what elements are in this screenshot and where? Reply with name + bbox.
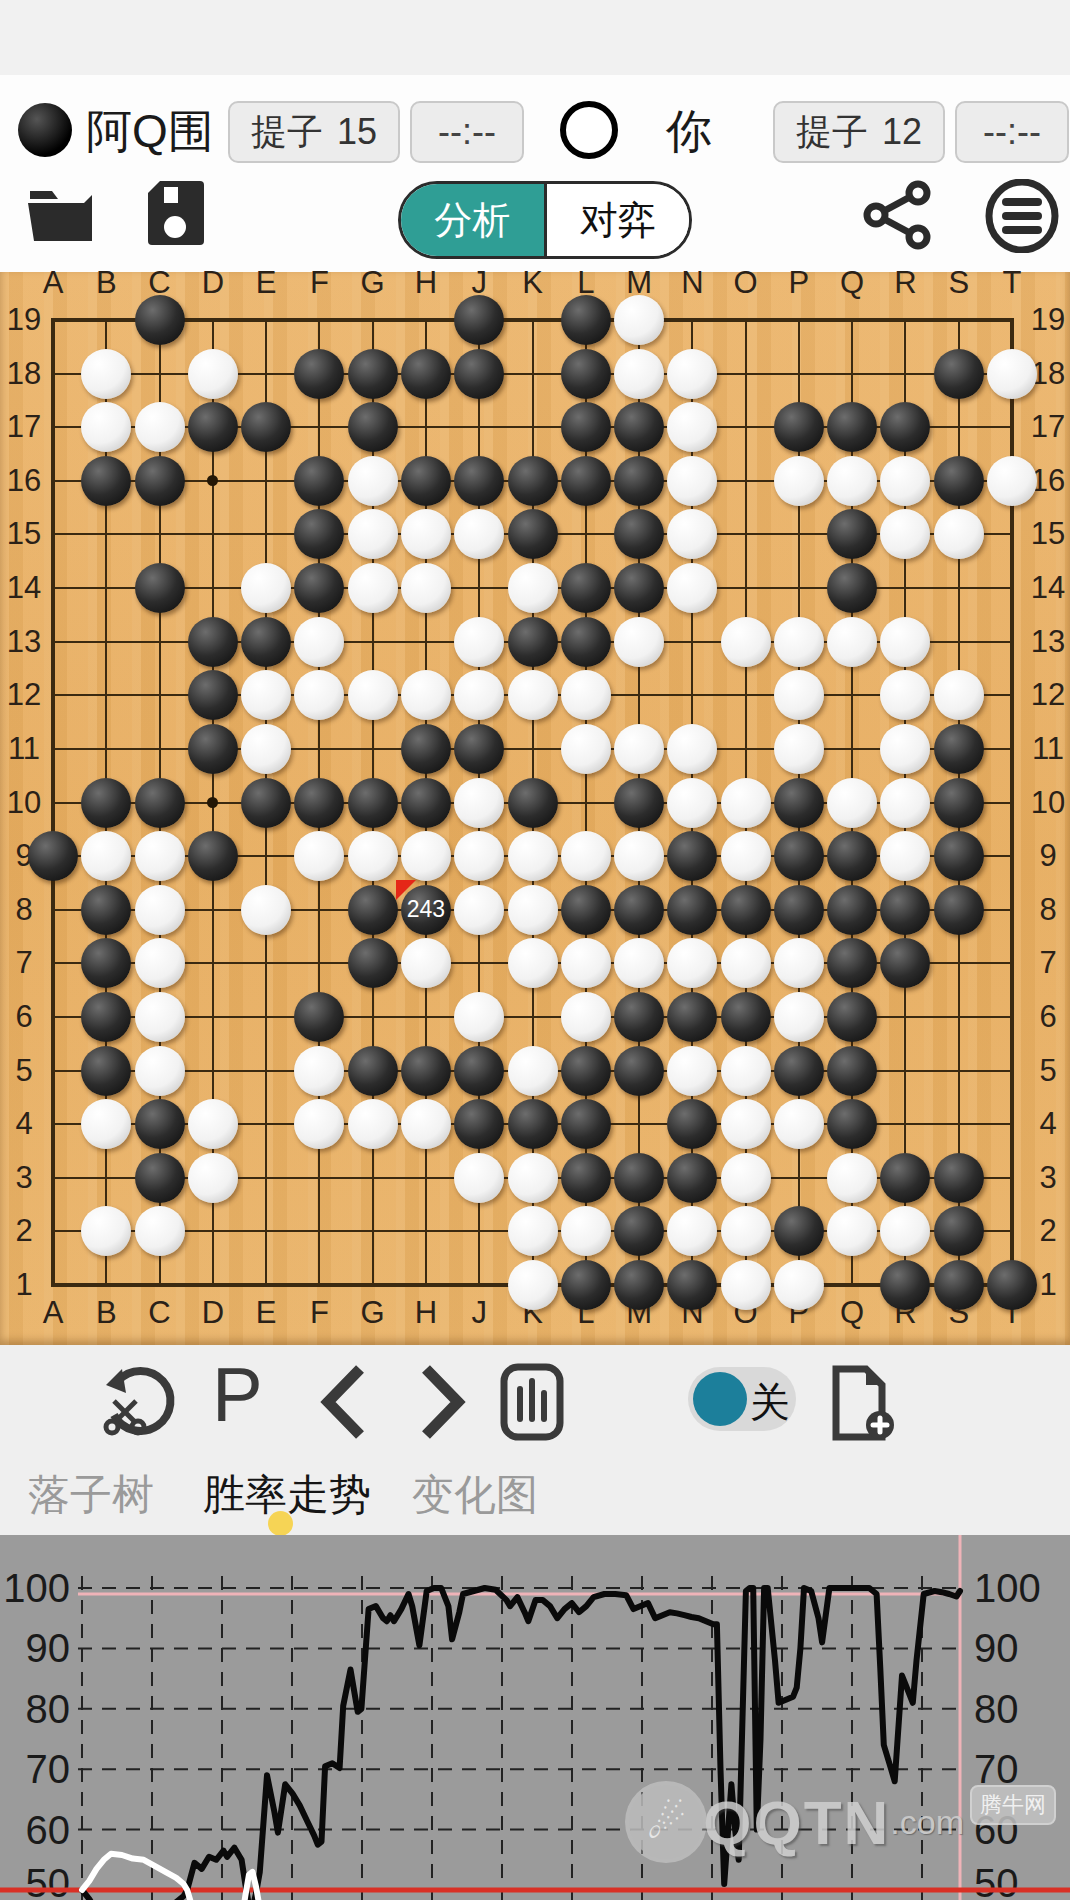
board-intersection-A9[interactable] — [28, 831, 78, 881]
board-intersection-E19[interactable] — [241, 295, 291, 345]
board-intersection-Q10[interactable] — [827, 778, 877, 828]
board-intersection-F13[interactable] — [294, 617, 344, 667]
board-intersection-D8[interactable] — [188, 885, 238, 935]
board-intersection-H13[interactable] — [401, 617, 451, 667]
board-intersection-E8[interactable] — [241, 885, 291, 935]
board-intersection-O3[interactable] — [721, 1153, 771, 1203]
board-intersection-H10[interactable] — [401, 778, 451, 828]
board-intersection-H19[interactable] — [401, 295, 451, 345]
board-intersection-D15[interactable] — [188, 509, 238, 559]
board-intersection-R9[interactable] — [880, 831, 930, 881]
tab-move-tree[interactable]: 落子树 — [28, 1467, 154, 1523]
board-intersection-E9[interactable] — [241, 831, 291, 881]
board-intersection-R6[interactable] — [880, 992, 930, 1042]
board-intersection-A13[interactable] — [28, 617, 78, 667]
board-intersection-N17[interactable] — [667, 402, 717, 452]
board-intersection-T9[interactable] — [987, 831, 1037, 881]
board-intersection-Q17[interactable] — [827, 402, 877, 452]
black-timer-button[interactable]: --:-- — [410, 101, 524, 163]
board-intersection-L12[interactable] — [561, 670, 611, 720]
chart-panel-icon[interactable] — [500, 1363, 564, 1441]
board-intersection-T4[interactable] — [987, 1099, 1037, 1149]
share-icon[interactable] — [862, 179, 936, 251]
board-intersection-K2[interactable] — [508, 1206, 558, 1256]
board-intersection-N12[interactable] — [667, 670, 717, 720]
board-intersection-B18[interactable] — [81, 349, 131, 399]
board-intersection-C5[interactable] — [135, 1046, 185, 1096]
board-intersection-R15[interactable] — [880, 509, 930, 559]
board-intersection-C14[interactable] — [135, 563, 185, 613]
board-intersection-F8[interactable] — [294, 885, 344, 935]
board-intersection-J7[interactable] — [454, 938, 504, 988]
board-intersection-M3[interactable] — [614, 1153, 664, 1203]
board-intersection-P10[interactable] — [774, 778, 824, 828]
board-intersection-P16[interactable] — [774, 456, 824, 506]
board-intersection-F16[interactable] — [294, 456, 344, 506]
board-intersection-K17[interactable] — [508, 402, 558, 452]
board-intersection-T12[interactable] — [987, 670, 1037, 720]
board-intersection-G8[interactable] — [348, 885, 398, 935]
board-intersection-A1[interactable] — [28, 1260, 78, 1310]
board-intersection-P6[interactable] — [774, 992, 824, 1042]
white-captures-button[interactable]: 提子 12 — [773, 101, 945, 163]
board-intersection-J17[interactable] — [454, 402, 504, 452]
board-intersection-C2[interactable] — [135, 1206, 185, 1256]
board-intersection-D10[interactable] — [188, 778, 238, 828]
board-intersection-D4[interactable] — [188, 1099, 238, 1149]
board-intersection-B16[interactable] — [81, 456, 131, 506]
board-intersection-T13[interactable] — [987, 617, 1037, 667]
board-intersection-P3[interactable] — [774, 1153, 824, 1203]
board-intersection-O2[interactable] — [721, 1206, 771, 1256]
board-intersection-B9[interactable] — [81, 831, 131, 881]
board-intersection-S3[interactable] — [934, 1153, 984, 1203]
undo-cut-icon[interactable] — [96, 1363, 180, 1441]
board-intersection-E7[interactable] — [241, 938, 291, 988]
board-intersection-T2[interactable] — [987, 1206, 1037, 1256]
board-intersection-C15[interactable] — [135, 509, 185, 559]
board-intersection-D16[interactable] — [188, 456, 238, 506]
board-intersection-D2[interactable] — [188, 1206, 238, 1256]
board-intersection-M2[interactable] — [614, 1206, 664, 1256]
board-intersection-H8[interactable]: 243 — [401, 885, 451, 935]
board-intersection-P13[interactable] — [774, 617, 824, 667]
board-intersection-M13[interactable] — [614, 617, 664, 667]
board-intersection-K10[interactable] — [508, 778, 558, 828]
board-intersection-L15[interactable] — [561, 509, 611, 559]
board-intersection-B11[interactable] — [81, 724, 131, 774]
board-intersection-Q6[interactable] — [827, 992, 877, 1042]
new-document-icon[interactable] — [828, 1363, 898, 1443]
board-intersection-H5[interactable] — [401, 1046, 451, 1096]
board-intersection-S13[interactable] — [934, 617, 984, 667]
board-intersection-J16[interactable] — [454, 456, 504, 506]
board-intersection-T5[interactable] — [987, 1046, 1037, 1096]
board-intersection-N8[interactable] — [667, 885, 717, 935]
board-intersection-D12[interactable] — [188, 670, 238, 720]
board-intersection-Q2[interactable] — [827, 1206, 877, 1256]
board-intersection-N7[interactable] — [667, 938, 717, 988]
board-intersection-N13[interactable] — [667, 617, 717, 667]
board-intersection-K15[interactable] — [508, 509, 558, 559]
board-intersection-Q1[interactable] — [827, 1260, 877, 1310]
board-intersection-R11[interactable] — [880, 724, 930, 774]
board-intersection-N1[interactable] — [667, 1260, 717, 1310]
board-intersection-Q19[interactable] — [827, 295, 877, 345]
board-intersection-K1[interactable] — [508, 1260, 558, 1310]
board-intersection-H11[interactable] — [401, 724, 451, 774]
board-intersection-R4[interactable] — [880, 1099, 930, 1149]
board-intersection-J1[interactable] — [454, 1260, 504, 1310]
board-intersection-T6[interactable] — [987, 992, 1037, 1042]
white-timer-button[interactable]: --:-- — [955, 101, 1069, 163]
board-intersection-O13[interactable] — [721, 617, 771, 667]
board-intersection-N15[interactable] — [667, 509, 717, 559]
board-intersection-A19[interactable] — [28, 295, 78, 345]
board-intersection-P7[interactable] — [774, 938, 824, 988]
board-intersection-K5[interactable] — [508, 1046, 558, 1096]
board-intersection-T16[interactable] — [987, 456, 1037, 506]
board-intersection-F18[interactable] — [294, 349, 344, 399]
board-intersection-B12[interactable] — [81, 670, 131, 720]
board-intersection-G5[interactable] — [348, 1046, 398, 1096]
board-intersection-G6[interactable] — [348, 992, 398, 1042]
board-intersection-C7[interactable] — [135, 938, 185, 988]
board-intersection-L18[interactable] — [561, 349, 611, 399]
board-intersection-G2[interactable] — [348, 1206, 398, 1256]
board-intersection-L1[interactable] — [561, 1260, 611, 1310]
board-intersection-B15[interactable] — [81, 509, 131, 559]
board-intersection-A4[interactable] — [28, 1099, 78, 1149]
board-intersection-M8[interactable] — [614, 885, 664, 935]
board-intersection-N4[interactable] — [667, 1099, 717, 1149]
board-intersection-C6[interactable] — [135, 992, 185, 1042]
board-intersection-L2[interactable] — [561, 1206, 611, 1256]
board-intersection-T10[interactable] — [987, 778, 1037, 828]
board-intersection-J4[interactable] — [454, 1099, 504, 1149]
board-intersection-N19[interactable] — [667, 295, 717, 345]
board-intersection-G16[interactable] — [348, 456, 398, 506]
board-intersection-B10[interactable] — [81, 778, 131, 828]
black-captures-button[interactable]: 提子 15 — [228, 101, 400, 163]
board-intersection-A14[interactable] — [28, 563, 78, 613]
board-intersection-N18[interactable] — [667, 349, 717, 399]
tab-variation[interactable]: 变化图 — [412, 1467, 538, 1523]
board-intersection-L14[interactable] — [561, 563, 611, 613]
board-intersection-O6[interactable] — [721, 992, 771, 1042]
board-intersection-K11[interactable] — [508, 724, 558, 774]
board-intersection-J3[interactable] — [454, 1153, 504, 1203]
board-intersection-M15[interactable] — [614, 509, 664, 559]
board-intersection-Q14[interactable] — [827, 563, 877, 613]
board-intersection-G9[interactable] — [348, 831, 398, 881]
board-intersection-S17[interactable] — [934, 402, 984, 452]
board-intersection-K12[interactable] — [508, 670, 558, 720]
board-intersection-M12[interactable] — [614, 670, 664, 720]
board-intersection-H3[interactable] — [401, 1153, 451, 1203]
board-intersection-E14[interactable] — [241, 563, 291, 613]
board-intersection-M7[interactable] — [614, 938, 664, 988]
board-intersection-D1[interactable] — [188, 1260, 238, 1310]
board-intersection-E1[interactable] — [241, 1260, 291, 1310]
board-intersection-O12[interactable] — [721, 670, 771, 720]
board-intersection-T8[interactable] — [987, 885, 1037, 935]
board-intersection-G13[interactable] — [348, 617, 398, 667]
board-intersection-K8[interactable] — [508, 885, 558, 935]
board-intersection-E16[interactable] — [241, 456, 291, 506]
board-intersection-F11[interactable] — [294, 724, 344, 774]
board-intersection-C17[interactable] — [135, 402, 185, 452]
board-intersection-O7[interactable] — [721, 938, 771, 988]
board-intersection-R8[interactable] — [880, 885, 930, 935]
board-intersection-L8[interactable] — [561, 885, 611, 935]
board-intersection-A10[interactable] — [28, 778, 78, 828]
board-intersection-G11[interactable] — [348, 724, 398, 774]
board-intersection-P5[interactable] — [774, 1046, 824, 1096]
board-intersection-G19[interactable] — [348, 295, 398, 345]
board-intersection-O16[interactable] — [721, 456, 771, 506]
board-intersection-O14[interactable] — [721, 563, 771, 613]
board-intersection-A6[interactable] — [28, 992, 78, 1042]
board-intersection-G17[interactable] — [348, 402, 398, 452]
board-intersection-B14[interactable] — [81, 563, 131, 613]
board-intersection-K16[interactable] — [508, 456, 558, 506]
board-intersection-S8[interactable] — [934, 885, 984, 935]
board-intersection-R16[interactable] — [880, 456, 930, 506]
board-intersection-B6[interactable] — [81, 992, 131, 1042]
board-intersection-A7[interactable] — [28, 938, 78, 988]
board-intersection-H2[interactable] — [401, 1206, 451, 1256]
board-intersection-D7[interactable] — [188, 938, 238, 988]
board-intersection-G4[interactable] — [348, 1099, 398, 1149]
board-intersection-E15[interactable] — [241, 509, 291, 559]
board-intersection-S12[interactable] — [934, 670, 984, 720]
board-intersection-F10[interactable] — [294, 778, 344, 828]
go-board[interactable]: AABBCCDDEEFFGGHHJJKKLLMMNNOOPPQQRRSSTT19… — [0, 272, 1070, 1345]
board-intersection-J9[interactable] — [454, 831, 504, 881]
board-intersection-N14[interactable] — [667, 563, 717, 613]
board-intersection-T1[interactable] — [987, 1260, 1037, 1310]
board-intersection-Q16[interactable] — [827, 456, 877, 506]
board-intersection-P8[interactable] — [774, 885, 824, 935]
board-intersection-B19[interactable] — [81, 295, 131, 345]
board-intersection-Q9[interactable] — [827, 831, 877, 881]
board-intersection-C10[interactable] — [135, 778, 185, 828]
board-intersection-M11[interactable] — [614, 724, 664, 774]
board-intersection-E10[interactable] — [241, 778, 291, 828]
board-intersection-M4[interactable] — [614, 1099, 664, 1149]
board-intersection-Q4[interactable] — [827, 1099, 877, 1149]
board-intersection-K18[interactable] — [508, 349, 558, 399]
board-intersection-S14[interactable] — [934, 563, 984, 613]
board-intersection-E12[interactable] — [241, 670, 291, 720]
board-intersection-N10[interactable] — [667, 778, 717, 828]
board-intersection-T14[interactable] — [987, 563, 1037, 613]
board-intersection-J5[interactable] — [454, 1046, 504, 1096]
board-intersection-O5[interactable] — [721, 1046, 771, 1096]
board-intersection-C18[interactable] — [135, 349, 185, 399]
board-intersection-R18[interactable] — [880, 349, 930, 399]
board-intersection-C12[interactable] — [135, 670, 185, 720]
board-intersection-M19[interactable] — [614, 295, 664, 345]
board-intersection-E5[interactable] — [241, 1046, 291, 1096]
board-intersection-D19[interactable] — [188, 295, 238, 345]
board-intersection-F7[interactable] — [294, 938, 344, 988]
board-intersection-G12[interactable] — [348, 670, 398, 720]
board-intersection-R10[interactable] — [880, 778, 930, 828]
board-intersection-K9[interactable] — [508, 831, 558, 881]
board-intersection-E3[interactable] — [241, 1153, 291, 1203]
board-intersection-D14[interactable] — [188, 563, 238, 613]
board-intersection-B17[interactable] — [81, 402, 131, 452]
board-intersection-E6[interactable] — [241, 992, 291, 1042]
board-intersection-G10[interactable] — [348, 778, 398, 828]
board-intersection-P17[interactable] — [774, 402, 824, 452]
board-intersection-C13[interactable] — [135, 617, 185, 667]
board-intersection-A3[interactable] — [28, 1153, 78, 1203]
board-intersection-G7[interactable] — [348, 938, 398, 988]
board-intersection-F15[interactable] — [294, 509, 344, 559]
board-intersection-N6[interactable] — [667, 992, 717, 1042]
ai-toggle[interactable]: 关 — [688, 1367, 796, 1431]
board-intersection-O17[interactable] — [721, 402, 771, 452]
board-intersection-A5[interactable] — [28, 1046, 78, 1096]
board-intersection-H16[interactable] — [401, 456, 451, 506]
board-intersection-A17[interactable] — [28, 402, 78, 452]
board-intersection-D3[interactable] — [188, 1153, 238, 1203]
board-intersection-S5[interactable] — [934, 1046, 984, 1096]
board-intersection-O19[interactable] — [721, 295, 771, 345]
board-intersection-B1[interactable] — [81, 1260, 131, 1310]
board-intersection-P15[interactable] — [774, 509, 824, 559]
board-intersection-M18[interactable] — [614, 349, 664, 399]
tab-analysis[interactable]: 分析 — [401, 184, 544, 256]
board-intersection-T15[interactable] — [987, 509, 1037, 559]
board-intersection-E18[interactable] — [241, 349, 291, 399]
board-intersection-J8[interactable] — [454, 885, 504, 935]
board-intersection-J11[interactable] — [454, 724, 504, 774]
board-intersection-M9[interactable] — [614, 831, 664, 881]
board-intersection-H1[interactable] — [401, 1260, 451, 1310]
board-intersection-S4[interactable] — [934, 1099, 984, 1149]
board-intersection-F19[interactable] — [294, 295, 344, 345]
board-intersection-E2[interactable] — [241, 1206, 291, 1256]
board-intersection-C4[interactable] — [135, 1099, 185, 1149]
board-intersection-K7[interactable] — [508, 938, 558, 988]
board-intersection-J19[interactable] — [454, 295, 504, 345]
board-intersection-T11[interactable] — [987, 724, 1037, 774]
board-intersection-J6[interactable] — [454, 992, 504, 1042]
board-intersection-A8[interactable] — [28, 885, 78, 935]
board-intersection-D13[interactable] — [188, 617, 238, 667]
board-intersection-M10[interactable] — [614, 778, 664, 828]
board-intersection-M14[interactable] — [614, 563, 664, 613]
board-intersection-S7[interactable] — [934, 938, 984, 988]
board-intersection-O1[interactable] — [721, 1260, 771, 1310]
board-intersection-O8[interactable] — [721, 885, 771, 935]
board-intersection-S1[interactable] — [934, 1260, 984, 1310]
board-intersection-B2[interactable] — [81, 1206, 131, 1256]
board-intersection-L6[interactable] — [561, 992, 611, 1042]
board-intersection-F12[interactable] — [294, 670, 344, 720]
board-intersection-H12[interactable] — [401, 670, 451, 720]
board-intersection-B3[interactable] — [81, 1153, 131, 1203]
board-intersection-J10[interactable] — [454, 778, 504, 828]
board-intersection-F5[interactable] — [294, 1046, 344, 1096]
board-intersection-P2[interactable] — [774, 1206, 824, 1256]
board-intersection-D6[interactable] — [188, 992, 238, 1042]
board-intersection-L13[interactable] — [561, 617, 611, 667]
board-intersection-S16[interactable] — [934, 456, 984, 506]
board-intersection-J14[interactable] — [454, 563, 504, 613]
board-intersection-R3[interactable] — [880, 1153, 930, 1203]
board-intersection-D18[interactable] — [188, 349, 238, 399]
board-intersection-S18[interactable] — [934, 349, 984, 399]
board-intersection-H4[interactable] — [401, 1099, 451, 1149]
board-intersection-F14[interactable] — [294, 563, 344, 613]
board-intersection-S6[interactable] — [934, 992, 984, 1042]
board-intersection-A12[interactable] — [28, 670, 78, 720]
board-intersection-R17[interactable] — [880, 402, 930, 452]
board-intersection-S19[interactable] — [934, 295, 984, 345]
next-move-icon[interactable] — [418, 1363, 468, 1441]
board-intersection-M6[interactable] — [614, 992, 664, 1042]
board-intersection-E17[interactable] — [241, 402, 291, 452]
board-intersection-R1[interactable] — [880, 1260, 930, 1310]
board-intersection-A2[interactable] — [28, 1206, 78, 1256]
board-intersection-M5[interactable] — [614, 1046, 664, 1096]
board-intersection-Q18[interactable] — [827, 349, 877, 399]
board-intersection-O4[interactable] — [721, 1099, 771, 1149]
board-intersection-L16[interactable] — [561, 456, 611, 506]
board-intersection-C16[interactable] — [135, 456, 185, 506]
pass-button[interactable]: P — [212, 1353, 263, 1437]
board-intersection-N3[interactable] — [667, 1153, 717, 1203]
board-intersection-B13[interactable] — [81, 617, 131, 667]
board-intersection-F3[interactable] — [294, 1153, 344, 1203]
board-intersection-J12[interactable] — [454, 670, 504, 720]
board-intersection-G15[interactable] — [348, 509, 398, 559]
board-intersection-C8[interactable] — [135, 885, 185, 935]
board-intersection-J13[interactable] — [454, 617, 504, 667]
board-intersection-G14[interactable] — [348, 563, 398, 613]
board-intersection-P9[interactable] — [774, 831, 824, 881]
board-intersection-B8[interactable] — [81, 885, 131, 935]
tab-play[interactable]: 对弈 — [544, 184, 690, 256]
board-intersection-B5[interactable] — [81, 1046, 131, 1096]
board-intersection-R7[interactable] — [880, 938, 930, 988]
board-intersection-D11[interactable] — [188, 724, 238, 774]
board-intersection-L3[interactable] — [561, 1153, 611, 1203]
board-intersection-L4[interactable] — [561, 1099, 611, 1149]
board-intersection-M17[interactable] — [614, 402, 664, 452]
board-intersection-Q7[interactable] — [827, 938, 877, 988]
board-intersection-A15[interactable] — [28, 509, 78, 559]
board-intersection-T17[interactable] — [987, 402, 1037, 452]
board-intersection-G1[interactable] — [348, 1260, 398, 1310]
board-intersection-F9[interactable] — [294, 831, 344, 881]
board-intersection-G3[interactable] — [348, 1153, 398, 1203]
board-intersection-L17[interactable] — [561, 402, 611, 452]
board-intersection-R14[interactable] — [880, 563, 930, 613]
board-intersection-N16[interactable] — [667, 456, 717, 506]
board-intersection-C9[interactable] — [135, 831, 185, 881]
board-intersection-H18[interactable] — [401, 349, 451, 399]
board-intersection-R12[interactable] — [880, 670, 930, 720]
board-intersection-B4[interactable] — [81, 1099, 131, 1149]
board-intersection-T7[interactable] — [987, 938, 1037, 988]
board-intersection-O15[interactable] — [721, 509, 771, 559]
